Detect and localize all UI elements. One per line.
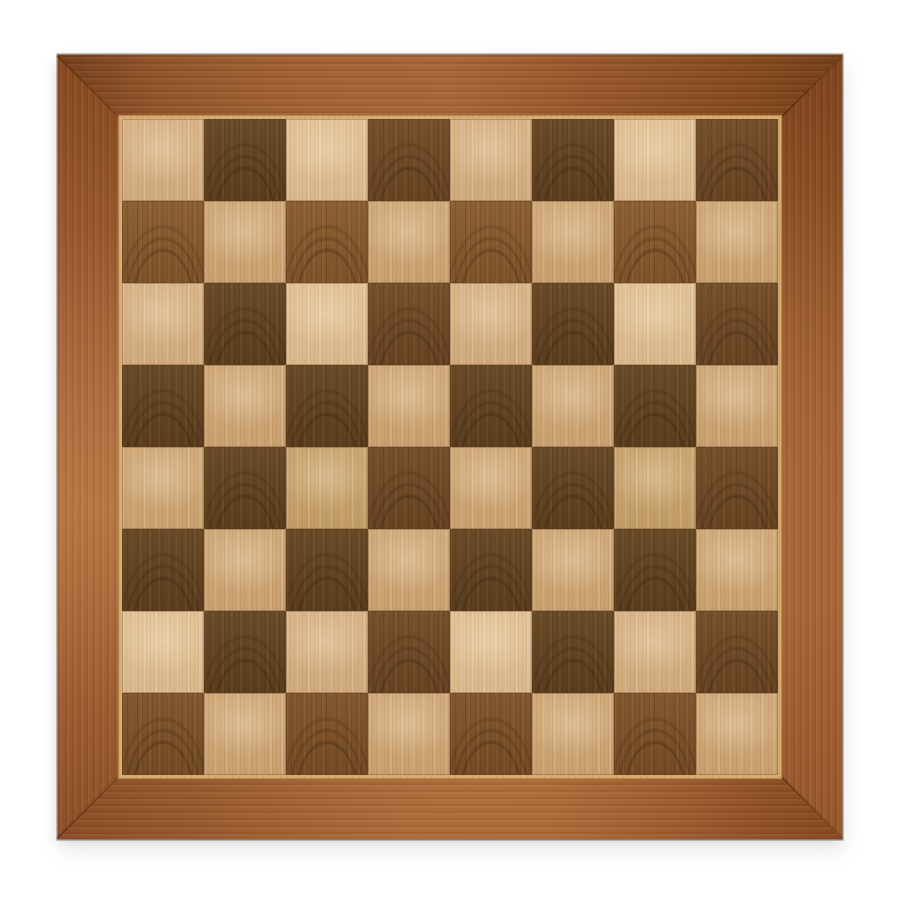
square-f5[interactable] xyxy=(532,365,614,447)
square-c6[interactable] xyxy=(286,283,368,365)
square-e8[interactable] xyxy=(450,119,532,201)
square-g3[interactable] xyxy=(614,529,696,611)
square-e5[interactable] xyxy=(450,365,532,447)
square-c4[interactable] xyxy=(286,447,368,529)
square-d6[interactable] xyxy=(368,283,450,365)
square-d3[interactable] xyxy=(368,529,450,611)
square-h3[interactable] xyxy=(696,529,778,611)
square-d7[interactable] xyxy=(368,201,450,283)
square-g4[interactable] xyxy=(614,447,696,529)
square-h7[interactable] xyxy=(696,201,778,283)
square-a3[interactable] xyxy=(122,529,204,611)
square-g6[interactable] xyxy=(614,283,696,365)
square-d4[interactable] xyxy=(368,447,450,529)
photo-background xyxy=(0,0,900,900)
square-h1[interactable] xyxy=(696,693,778,775)
square-a2[interactable] xyxy=(122,611,204,693)
square-b8[interactable] xyxy=(204,119,286,201)
square-b5[interactable] xyxy=(204,365,286,447)
square-e4[interactable] xyxy=(450,447,532,529)
square-f1[interactable] xyxy=(532,693,614,775)
square-f4[interactable] xyxy=(532,447,614,529)
square-b1[interactable] xyxy=(204,693,286,775)
square-b2[interactable] xyxy=(204,611,286,693)
square-c5[interactable] xyxy=(286,365,368,447)
square-c1[interactable] xyxy=(286,693,368,775)
square-f8[interactable] xyxy=(532,119,614,201)
chess-board xyxy=(58,55,842,839)
square-c7[interactable] xyxy=(286,201,368,283)
square-c2[interactable] xyxy=(286,611,368,693)
square-f7[interactable] xyxy=(532,201,614,283)
square-b7[interactable] xyxy=(204,201,286,283)
square-g8[interactable] xyxy=(614,119,696,201)
square-e7[interactable] xyxy=(450,201,532,283)
square-a7[interactable] xyxy=(122,201,204,283)
square-b4[interactable] xyxy=(204,447,286,529)
square-d2[interactable] xyxy=(368,611,450,693)
square-b3[interactable] xyxy=(204,529,286,611)
square-e6[interactable] xyxy=(450,283,532,365)
square-f6[interactable] xyxy=(532,283,614,365)
square-d5[interactable] xyxy=(368,365,450,447)
square-a6[interactable] xyxy=(122,283,204,365)
square-a5[interactable] xyxy=(122,365,204,447)
square-e3[interactable] xyxy=(450,529,532,611)
square-a8[interactable] xyxy=(122,119,204,201)
square-g2[interactable] xyxy=(614,611,696,693)
square-a4[interactable] xyxy=(122,447,204,529)
square-a1[interactable] xyxy=(122,693,204,775)
square-h6[interactable] xyxy=(696,283,778,365)
square-d1[interactable] xyxy=(368,693,450,775)
square-g5[interactable] xyxy=(614,365,696,447)
square-g7[interactable] xyxy=(614,201,696,283)
playing-field xyxy=(122,119,778,775)
square-h8[interactable] xyxy=(696,119,778,201)
square-e2[interactable] xyxy=(450,611,532,693)
square-f3[interactable] xyxy=(532,529,614,611)
square-g1[interactable] xyxy=(614,693,696,775)
square-h5[interactable] xyxy=(696,365,778,447)
square-e1[interactable] xyxy=(450,693,532,775)
square-b6[interactable] xyxy=(204,283,286,365)
square-d8[interactable] xyxy=(368,119,450,201)
square-h4[interactable] xyxy=(696,447,778,529)
square-c3[interactable] xyxy=(286,529,368,611)
square-c8[interactable] xyxy=(286,119,368,201)
square-h2[interactable] xyxy=(696,611,778,693)
square-f2[interactable] xyxy=(532,611,614,693)
